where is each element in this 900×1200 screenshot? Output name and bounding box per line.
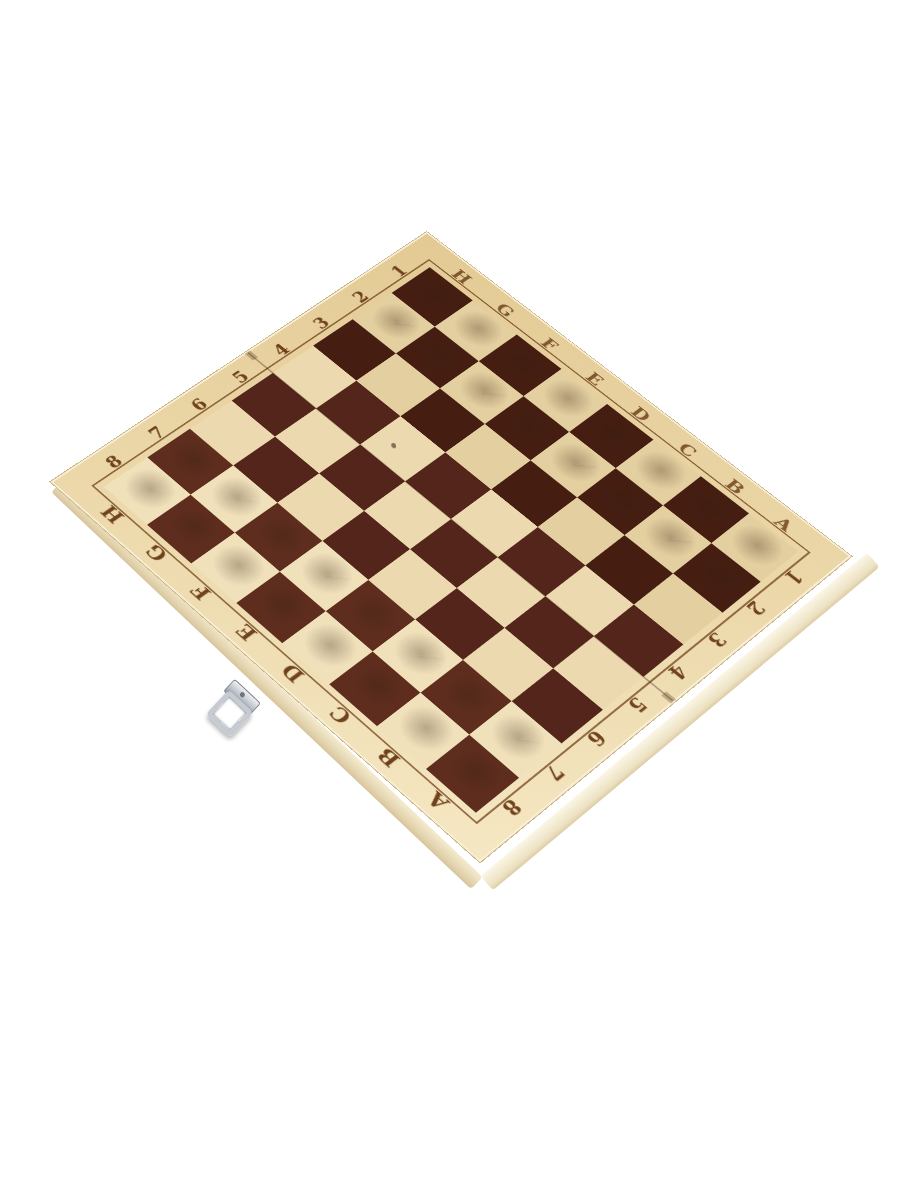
chess-set-photo: ABCDEFGH ABCDEFGH 87654321 87654321 ♜♞♟♝… [0,0,900,1200]
board-frame: ABCDEFGH ABCDEFGH 87654321 87654321 ♜♞♟♝… [53,234,848,860]
chess-board: ABCDEFGH ABCDEFGH 87654321 87654321 ♜♞♟♝… [53,234,848,860]
pawn-icon: ♟ [638,491,789,592]
wood-knot [391,443,397,448]
